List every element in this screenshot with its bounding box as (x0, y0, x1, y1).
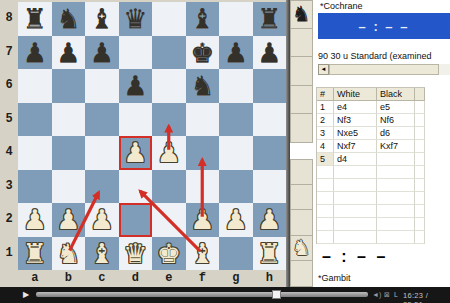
square-h4[interactable] (253, 136, 287, 170)
move-table-cell[interactable] (415, 231, 425, 244)
piece-white-queen: ♛ (123, 240, 147, 267)
square-e6[interactable] (152, 69, 186, 103)
move-table-cell[interactable] (415, 218, 425, 231)
piece-strip-cell (290, 86, 313, 115)
info-scrollbar[interactable]: ◄ (318, 64, 450, 75)
square-e4[interactable]: ♟ (152, 136, 186, 170)
piece-white-pawn: ♟ (23, 206, 47, 233)
move-row-empty[interactable] (317, 166, 425, 179)
move-table-cell[interactable] (377, 231, 415, 244)
chess-board[interactable]: ♜♞♝♛♝♜♟♟♟♚♟♟♟♞♟♟♟♟♟♟♟♟♜♞♝♛♚♝♜ (18, 2, 286, 270)
resize-icon[interactable]: ⊠ (384, 291, 390, 299)
square-a3[interactable] (18, 170, 52, 204)
move-table-cell[interactable]: e5 (377, 101, 415, 114)
square-c2[interactable]: ♟ (85, 203, 119, 237)
square-d1[interactable]: ♛ (119, 237, 153, 271)
square-g6[interactable] (219, 69, 253, 103)
piece-strip-cell (290, 114, 313, 143)
move-row-5[interactable]: 5d4 (317, 153, 425, 166)
piece-strip-cell (290, 210, 313, 236)
piece-black-pawn: ♟ (23, 39, 47, 66)
rank-label-2: 2 (0, 203, 18, 237)
move-table-cell[interactable] (334, 231, 377, 244)
move-table-cell[interactable]: Nf6 (377, 114, 415, 127)
piece-black-king: ♚ (190, 39, 214, 66)
square-g3[interactable] (219, 170, 253, 204)
move-table-cell[interactable]: Nxe5 (334, 127, 377, 140)
piece-white-pawn: ♟ (157, 139, 181, 166)
move-table-header-cell: White (334, 88, 377, 101)
square-f5[interactable] (186, 103, 220, 137)
move-table-cell[interactable] (377, 205, 415, 218)
piece-white-pawn: ♟ (123, 139, 147, 166)
move-list-table[interactable]: #WhiteBlack1e4e52Nf3Nf63Nxe5d64Nxf7Kxf75… (316, 87, 425, 244)
square-e3[interactable] (152, 170, 186, 204)
move-table-cell[interactable]: 1 (317, 101, 334, 114)
square-f4[interactable] (186, 136, 220, 170)
square-a6[interactable] (18, 69, 52, 103)
piece-strip-bottom: ♞ (290, 159, 313, 287)
volume-icon[interactable]: ◄) (372, 291, 381, 298)
top-player-name: *Cochrane (320, 1, 363, 11)
move-row-4[interactable]: 4Nxf7Kxf7 (317, 140, 425, 153)
move-table-cell[interactable]: 5 (317, 153, 334, 166)
piece-white-rook: ♜ (23, 240, 47, 267)
piece-white-knight: ♞ (56, 240, 80, 267)
square-b4[interactable] (52, 136, 86, 170)
square-c7[interactable]: ♟ (85, 36, 119, 70)
move-row-1[interactable]: 1e4e5 (317, 101, 425, 114)
square-c6[interactable] (85, 69, 119, 103)
file-label-f: f (186, 270, 220, 287)
move-table-cell[interactable] (377, 218, 415, 231)
square-a2[interactable]: ♟ (18, 203, 52, 237)
piece-white-rook: ♜ (257, 240, 281, 267)
bottom-player-name: *Gambit (318, 273, 351, 283)
move-table-cell[interactable] (415, 153, 425, 166)
move-table-cell[interactable] (334, 218, 377, 231)
square-b5[interactable] (52, 103, 86, 137)
square-e2[interactable] (152, 203, 186, 237)
white-knight-icon: ♞ (292, 238, 311, 259)
square-a4[interactable] (18, 136, 52, 170)
scrollbar-left-arrow-icon[interactable]: ◄ (318, 64, 329, 75)
move-table-cell[interactable] (377, 153, 415, 166)
move-table-cell[interactable] (317, 231, 334, 244)
square-h2[interactable]: ♟ (253, 203, 287, 237)
board-pane: ♜♞♝♛♝♜♟♟♟♚♟♟♟♞♟♟♟♟♟♟♟♟♜♞♝♛♚♝♜ 87654321ab… (0, 0, 286, 287)
game-info-text: 90 30 u Standard (examined (318, 51, 450, 61)
move-row-empty[interactable] (317, 205, 425, 218)
square-f8[interactable]: ♝ (186, 2, 220, 36)
file-label-a: a (18, 270, 52, 287)
move-table-cell[interactable] (334, 205, 377, 218)
square-b6[interactable] (52, 69, 86, 103)
video-control-bar: ▶ ◄) ⊠ L 16:23 / 25:51 (0, 287, 450, 303)
rank-label-8: 8 (0, 2, 18, 36)
time-display: 16:23 / 25:51 (403, 291, 450, 303)
square-h6[interactable] (253, 69, 287, 103)
square-d3[interactable] (119, 170, 153, 204)
move-table-cell[interactable] (415, 114, 425, 127)
square-g4[interactable] (219, 136, 253, 170)
square-f3[interactable] (186, 170, 220, 204)
square-a8[interactable]: ♜ (18, 2, 52, 36)
piece-white-pawn: ♟ (90, 206, 114, 233)
move-table-cell[interactable] (377, 192, 415, 205)
move-table-cell[interactable] (317, 192, 334, 205)
piece-black-bishop: ♝ (90, 5, 114, 32)
play-button[interactable]: ▶ (23, 290, 29, 300)
square-b7[interactable]: ♟ (52, 36, 86, 70)
piece-black-rook: ♜ (257, 5, 281, 32)
file-label-h: h (253, 270, 287, 287)
piece-white-bishop: ♝ (90, 240, 114, 267)
seek-thumb[interactable] (272, 290, 281, 299)
piece-black-queen: ♛ (123, 5, 147, 32)
rank-label-4: 4 (0, 136, 18, 170)
move-table-cell[interactable] (415, 127, 425, 140)
piece-strip-cell (290, 159, 313, 185)
square-e5[interactable] (152, 103, 186, 137)
square-c8[interactable]: ♝ (85, 2, 119, 36)
square-d4[interactable]: ♟ (119, 136, 153, 170)
square-b1[interactable]: ♞ (52, 237, 86, 271)
piece-strip-cell (290, 29, 313, 58)
square-h8[interactable]: ♜ (253, 2, 287, 36)
square-e8[interactable] (152, 2, 186, 36)
square-h3[interactable] (253, 170, 287, 204)
move-table-cell[interactable] (317, 205, 334, 218)
move-row-empty[interactable] (317, 231, 425, 244)
move-table-cell[interactable] (377, 179, 415, 192)
rank-label-6: 6 (0, 69, 18, 103)
square-d2[interactable] (119, 203, 153, 237)
piece-black-pawn: ♟ (257, 39, 281, 66)
piece-white-pawn: ♟ (257, 206, 281, 233)
move-table-header: #WhiteBlack (317, 88, 425, 101)
move-table-cell[interactable] (415, 192, 425, 205)
piece-black-rook: ♜ (23, 5, 47, 32)
square-b3[interactable] (52, 170, 86, 204)
game-info-panel: ♞ ♞ *Cochrane – : – – 90 30 u Standard (… (290, 0, 450, 287)
loop-indicator[interactable]: L (394, 291, 398, 298)
move-table-cell[interactable] (334, 166, 377, 179)
file-label-c: c (85, 270, 119, 287)
piece-strip-cell (290, 57, 313, 86)
move-table-header-cell: # (317, 88, 334, 101)
move-table-cell[interactable]: Nxf7 (334, 140, 377, 153)
bottom-player-clock: – : – – (322, 248, 388, 266)
move-row-empty[interactable] (317, 179, 425, 192)
square-d5[interactable] (119, 103, 153, 137)
piece-black-pawn: ♟ (56, 39, 80, 66)
rank-label-1: 1 (0, 237, 18, 271)
piece-black-pawn: ♟ (224, 39, 248, 66)
square-f7[interactable]: ♚ (186, 36, 220, 70)
square-b8[interactable]: ♞ (52, 2, 86, 36)
square-c5[interactable] (85, 103, 119, 137)
file-label-g: g (219, 270, 253, 287)
square-a5[interactable] (18, 103, 52, 137)
move-table-cell[interactable] (415, 166, 425, 179)
piece-strip-cell (290, 185, 313, 211)
move-table-cell[interactable] (334, 192, 377, 205)
rank-label-7: 7 (0, 36, 18, 70)
square-g2[interactable]: ♟ (219, 203, 253, 237)
square-g8[interactable] (219, 2, 253, 36)
move-table-cell[interactable]: 4 (317, 140, 334, 153)
move-table-cell[interactable] (377, 166, 415, 179)
rank-label-5: 5 (0, 103, 18, 137)
square-d7[interactable] (119, 36, 153, 70)
move-table-header-cell (415, 88, 425, 101)
piece-black-pawn: ♟ (123, 72, 147, 99)
move-table-cell[interactable]: 3 (317, 127, 334, 140)
square-c1[interactable]: ♝ (85, 237, 119, 271)
square-d8[interactable]: ♛ (119, 2, 153, 36)
file-label-b: b (52, 270, 86, 287)
seek-track[interactable] (36, 292, 368, 297)
square-h7[interactable]: ♟ (253, 36, 287, 70)
move-table-cell[interactable] (415, 205, 425, 218)
square-c3[interactable] (85, 170, 119, 204)
move-table-cell[interactable] (415, 101, 425, 114)
square-f2[interactable]: ♟ (186, 203, 220, 237)
black-knight-icon: ♞ (292, 4, 311, 25)
square-d6[interactable]: ♟ (119, 69, 153, 103)
piece-strip-top: ♞ (290, 0, 313, 143)
square-f1[interactable]: ♝ (186, 237, 220, 271)
move-table-cell[interactable]: 2 (317, 114, 334, 127)
piece-strip-cell (290, 261, 313, 287)
move-row-3[interactable]: 3Nxe5d6 (317, 127, 425, 140)
move-table-cell[interactable]: Nf3 (334, 114, 377, 127)
square-b2[interactable]: ♟ (52, 203, 86, 237)
square-f6[interactable]: ♞ (186, 69, 220, 103)
move-table-cell[interactable]: d6 (377, 127, 415, 140)
piece-black-bishop: ♝ (190, 5, 214, 32)
square-e1[interactable]: ♚ (152, 237, 186, 271)
piece-white-pawn: ♟ (224, 206, 248, 233)
square-h5[interactable] (253, 103, 287, 137)
piece-strip: ♞ ♞ (290, 0, 313, 287)
piece-white-pawn: ♟ (190, 206, 214, 233)
square-g1[interactable] (219, 237, 253, 271)
piece-black-knight: ♞ (190, 72, 214, 99)
move-table-cell[interactable] (415, 179, 425, 192)
square-c4[interactable] (85, 136, 119, 170)
top-clock-value: – : – – (359, 19, 410, 34)
square-h1[interactable]: ♜ (253, 237, 287, 271)
piece-white-bishop: ♝ (190, 240, 214, 267)
move-row-empty[interactable] (317, 218, 425, 231)
piece-white-king: ♚ (157, 240, 181, 267)
move-table-cell[interactable]: d4 (334, 153, 377, 166)
square-a7[interactable]: ♟ (18, 36, 52, 70)
move-table-cell[interactable]: e4 (334, 101, 377, 114)
piece-strip-cell: ♞ (290, 0, 313, 29)
move-row-2[interactable]: 2Nf3Nf6 (317, 114, 425, 127)
piece-white-pawn: ♟ (56, 206, 80, 233)
top-player-clock: – : – – (318, 13, 450, 39)
file-label-e: e (152, 270, 186, 287)
square-g7[interactable]: ♟ (219, 36, 253, 70)
rank-label-3: 3 (0, 170, 18, 204)
move-table-cell[interactable] (317, 179, 334, 192)
square-g5[interactable] (219, 103, 253, 137)
move-table-cell[interactable] (317, 218, 334, 231)
piece-strip-cell: ♞ (290, 236, 313, 262)
move-table-cell[interactable] (317, 166, 334, 179)
square-a1[interactable]: ♜ (18, 237, 52, 271)
move-row-empty[interactable] (317, 192, 425, 205)
move-table-cell[interactable] (415, 140, 425, 153)
move-table-header-cell: Black (377, 88, 415, 101)
file-label-d: d (119, 270, 153, 287)
piece-black-pawn: ♟ (90, 39, 114, 66)
move-table-cell[interactable] (334, 179, 377, 192)
square-e7[interactable] (152, 36, 186, 70)
scrollbar-thumb[interactable] (329, 64, 439, 75)
move-table-cell[interactable]: Kxf7 (377, 140, 415, 153)
piece-black-knight: ♞ (56, 5, 80, 32)
